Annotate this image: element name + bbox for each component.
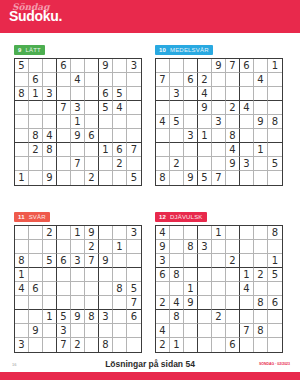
cell-r6c3: 3 — [184, 129, 198, 143]
cell-r1c8 — [254, 59, 268, 73]
cell-r8c9 — [268, 324, 282, 338]
cell-r5c9 — [127, 115, 141, 129]
cell-r8c5: 7 — [71, 157, 85, 171]
cell-r9c8 — [254, 338, 268, 352]
cell-r9c4: 5 — [198, 171, 212, 185]
cell-r4c9: 5 — [268, 268, 282, 282]
cell-r9c9 — [127, 338, 141, 352]
cell-r7c2 — [170, 143, 184, 157]
cell-r6c1: 2 — [156, 296, 170, 310]
cell-r1c9: 3 — [127, 226, 141, 240]
cell-r6c4 — [57, 129, 71, 143]
cell-r2c4: 3 — [198, 240, 212, 254]
cell-r4c7: 4 — [240, 101, 254, 115]
cell-r3c3 — [184, 254, 198, 268]
cell-r6c1 — [156, 129, 170, 143]
cell-r9c1: 1 — [15, 171, 29, 185]
cell-r2c7 — [240, 240, 254, 254]
cell-r2c7 — [240, 73, 254, 87]
cell-r1c1: 5 — [15, 59, 29, 73]
cell-r1c2 — [170, 59, 184, 73]
cell-r7c8: 1 — [254, 143, 268, 157]
cell-r1c7 — [240, 226, 254, 240]
cell-r9c8 — [254, 171, 268, 185]
cell-r5c4 — [198, 115, 212, 129]
cell-r3c7: 6 — [99, 87, 113, 101]
cell-r9c4 — [198, 338, 212, 352]
cell-r7c6: 4 — [226, 143, 240, 157]
cell-r8c6 — [226, 324, 240, 338]
cell-r8c1: 4 — [156, 324, 170, 338]
cell-r9c3: 9 — [184, 171, 198, 185]
sudoku-grid-10-medelsvar: 9761762434924453983184129358957 — [155, 58, 283, 186]
cell-r5c1 — [15, 115, 29, 129]
cell-r8c5 — [71, 324, 85, 338]
cell-r5c9 — [268, 282, 282, 296]
cell-r9c5: 7 — [212, 171, 226, 185]
cell-r1c3 — [184, 59, 198, 73]
cell-r8c7: 7 — [240, 324, 254, 338]
cell-r6c8 — [113, 129, 127, 143]
cell-r4c6 — [85, 268, 99, 282]
cell-r5c2 — [29, 115, 43, 129]
cell-r8c7: 3 — [240, 157, 254, 171]
cell-r7c4 — [198, 310, 212, 324]
cell-r8c9 — [127, 157, 141, 171]
cell-r1c1: 4 — [156, 226, 170, 240]
cell-r6c7 — [240, 296, 254, 310]
cell-r4c4 — [57, 268, 71, 282]
cell-r7c5 — [212, 143, 226, 157]
cell-r2c2 — [29, 240, 43, 254]
cell-r8c1 — [15, 324, 29, 338]
cell-r4c3 — [43, 101, 57, 115]
badge-number: 10 — [159, 47, 166, 53]
cell-r4c7: 5 — [99, 101, 113, 115]
cell-r5c3: 1 — [184, 282, 198, 296]
cell-r1c4 — [57, 226, 71, 240]
cell-r1c1 — [15, 226, 29, 240]
puzzle-block-12: 12 DJÄVULSK 4189833216812514249868247821… — [155, 205, 285, 353]
cell-r7c4 — [198, 143, 212, 157]
cell-r9c9 — [268, 171, 282, 185]
cell-r4c2 — [29, 101, 43, 115]
cell-r7c1 — [156, 143, 170, 157]
cell-r5c3 — [184, 115, 198, 129]
cell-r5c8: 9 — [254, 115, 268, 129]
cell-r3c5 — [212, 254, 226, 268]
cell-r7c4 — [57, 143, 71, 157]
cell-r1c4 — [198, 226, 212, 240]
cell-r3c8 — [254, 254, 268, 268]
cell-r7c9 — [268, 310, 282, 324]
cell-r6c8 — [254, 129, 268, 143]
cell-r5c5: 3 — [212, 115, 226, 129]
cell-r4c8: 4 — [113, 101, 127, 115]
cell-r3c4 — [57, 87, 71, 101]
cell-r4c2 — [170, 101, 184, 115]
cell-r4c4: 9 — [198, 101, 212, 115]
cell-r2c6: 2 — [85, 240, 99, 254]
cell-r7c7: 3 — [99, 310, 113, 324]
cell-r8c4 — [198, 324, 212, 338]
cell-r7c8 — [254, 310, 268, 324]
cell-r1c8 — [254, 226, 268, 240]
cell-r8c5 — [212, 157, 226, 171]
cell-r6c9 — [127, 129, 141, 143]
cell-r1c2 — [170, 226, 184, 240]
cell-r6c6: 6 — [85, 129, 99, 143]
cell-r4c3 — [184, 101, 198, 115]
cell-r6c2 — [29, 296, 43, 310]
cell-r3c9 — [127, 254, 141, 268]
cell-r8c1 — [156, 157, 170, 171]
cell-r5c9: 8 — [268, 115, 282, 129]
cell-r9c6 — [226, 171, 240, 185]
cell-r9c8 — [113, 338, 127, 352]
cell-r3c1: 3 — [156, 254, 170, 268]
cell-r2c3 — [43, 73, 57, 87]
cell-r7c6 — [226, 310, 240, 324]
cell-r3c7 — [240, 87, 254, 101]
cell-r1c6: 7 — [226, 59, 240, 73]
cell-r4c9 — [268, 101, 282, 115]
cell-r5c1: 4 — [15, 282, 29, 296]
cell-r6c6 — [226, 296, 240, 310]
cell-r8c7 — [99, 157, 113, 171]
cell-r8c3 — [184, 324, 198, 338]
cell-r9c1: 2 — [156, 338, 170, 352]
cell-r4c7: 1 — [240, 268, 254, 282]
difficulty-badge-easy: 9 LÄTT — [14, 45, 45, 55]
cell-r4c4 — [198, 268, 212, 282]
cell-r3c1: 8 — [15, 254, 29, 268]
cell-r8c3 — [43, 157, 57, 171]
cell-r7c7 — [240, 310, 254, 324]
cell-r3c2 — [29, 254, 43, 268]
cell-r7c2: 8 — [170, 310, 184, 324]
cell-r9c2: 1 — [170, 338, 184, 352]
cell-r5c9: 5 — [127, 282, 141, 296]
cell-r2c9 — [127, 240, 141, 254]
cell-r1c7: 9 — [99, 59, 113, 73]
cell-r7c9 — [268, 143, 282, 157]
cell-r2c3: 6 — [184, 73, 198, 87]
cell-r8c6: 9 — [226, 157, 240, 171]
cell-r1c6: 9 — [85, 226, 99, 240]
cell-r3c2 — [170, 254, 184, 268]
cell-r1c3 — [43, 59, 57, 73]
cell-r3c8 — [254, 87, 268, 101]
badge-label: DJÄVULSK — [170, 214, 203, 220]
cell-r4c6 — [226, 268, 240, 282]
cell-r6c7 — [99, 296, 113, 310]
cell-r2c6 — [85, 73, 99, 87]
cell-r7c1 — [15, 143, 29, 157]
cell-r2c5 — [212, 73, 226, 87]
cell-r2c3 — [43, 240, 57, 254]
cell-r3c3: 3 — [43, 87, 57, 101]
cell-r9c3 — [43, 338, 57, 352]
cell-r5c2 — [170, 282, 184, 296]
logo-main-word: Sudoku. — [9, 9, 62, 23]
cell-r2c2 — [170, 240, 184, 254]
cell-r9c3: 9 — [43, 171, 57, 185]
cell-r2c8: 4 — [254, 73, 268, 87]
cell-r1c3: 2 — [43, 226, 57, 240]
cell-r9c6: 2 — [85, 171, 99, 185]
cell-r7c7: 1 — [99, 143, 113, 157]
cell-r1c7: 6 — [240, 59, 254, 73]
cell-r6c5 — [71, 296, 85, 310]
cell-r3c1 — [156, 87, 170, 101]
cell-r9c7 — [99, 171, 113, 185]
cell-r5c2: 6 — [29, 282, 43, 296]
cell-r8c9 — [127, 324, 141, 338]
cell-r2c9 — [127, 73, 141, 87]
cell-r9c2 — [29, 338, 43, 352]
cell-r3c5 — [212, 87, 226, 101]
header-bar: Söndag Sudoku. — [0, 0, 300, 33]
difficulty-badge-devilish: 12 DJÄVULSK — [155, 212, 207, 222]
cell-r1c5: 9 — [212, 59, 226, 73]
cell-r6c3: 4 — [43, 129, 57, 143]
cell-r1c2 — [29, 59, 43, 73]
cell-r4c3 — [43, 268, 57, 282]
cell-r2c9 — [268, 73, 282, 87]
cell-r8c4: 3 — [57, 324, 71, 338]
cell-r3c2: 3 — [170, 87, 184, 101]
cell-r4c1: 1 — [15, 268, 29, 282]
cell-r6c3 — [43, 296, 57, 310]
cell-r6c9 — [268, 129, 282, 143]
cell-r1c4: 6 — [57, 59, 71, 73]
cell-r9c2 — [29, 171, 43, 185]
cell-r5c5 — [212, 282, 226, 296]
cell-r1c8 — [113, 59, 127, 73]
cell-r2c4 — [57, 240, 71, 254]
cell-r3c4 — [198, 254, 212, 268]
cell-r2c6 — [226, 73, 240, 87]
cell-r8c8: 8 — [254, 324, 268, 338]
cell-r3c6: 7 — [85, 254, 99, 268]
cell-r6c4 — [198, 296, 212, 310]
cell-r7c3 — [184, 310, 198, 324]
cell-r1c9: 1 — [268, 59, 282, 73]
cell-r9c4 — [57, 171, 71, 185]
cell-r2c7 — [99, 73, 113, 87]
cell-r4c3 — [184, 268, 198, 282]
issue-label: SÖNDAG · 02/2023 — [259, 362, 290, 366]
cell-r7c3: 1 — [43, 310, 57, 324]
cell-r8c2 — [170, 324, 184, 338]
cell-r7c1 — [156, 310, 170, 324]
cell-r8c6 — [85, 157, 99, 171]
badge-number: 9 — [18, 47, 22, 53]
cell-r2c5: 4 — [71, 73, 85, 87]
cell-r2c9 — [268, 240, 282, 254]
cell-r2c6 — [226, 240, 240, 254]
cell-r5c5: 1 — [71, 115, 85, 129]
cell-r7c9: 7 — [127, 143, 141, 157]
cell-r2c1 — [15, 240, 29, 254]
cell-r2c7 — [99, 240, 113, 254]
cell-r9c5 — [71, 171, 85, 185]
cell-r2c2 — [170, 73, 184, 87]
cell-r4c1: 6 — [156, 268, 170, 282]
cell-r3c6 — [85, 87, 99, 101]
cell-r8c2: 2 — [170, 157, 184, 171]
cell-r9c3 — [184, 338, 198, 352]
cell-r3c9 — [127, 87, 141, 101]
cell-r9c7 — [240, 171, 254, 185]
solutions-note: Lösningar på sidan 54 — [0, 359, 300, 369]
cell-r6c5 — [212, 129, 226, 143]
cell-r5c6 — [226, 282, 240, 296]
cell-r5c6 — [85, 115, 99, 129]
cell-r1c3 — [184, 226, 198, 240]
cell-r4c1 — [15, 101, 29, 115]
cell-r7c2 — [29, 310, 43, 324]
cell-r8c7 — [99, 324, 113, 338]
cell-r6c9: 7 — [127, 296, 141, 310]
cell-r8c4 — [57, 157, 71, 171]
cell-r7c5: 9 — [71, 310, 85, 324]
cell-r4c4: 7 — [57, 101, 71, 115]
cell-r6c6 — [85, 296, 99, 310]
cell-r6c2: 8 — [29, 129, 43, 143]
cell-r9c6: 6 — [226, 338, 240, 352]
cell-r5c6 — [226, 115, 240, 129]
cell-r2c1: 7 — [156, 73, 170, 87]
cell-r7c3: 8 — [43, 143, 57, 157]
cell-r9c7 — [240, 338, 254, 352]
cell-r7c9: 6 — [127, 310, 141, 324]
cell-r8c6 — [85, 324, 99, 338]
cell-r6c4: 1 — [198, 129, 212, 143]
cell-r1c1 — [156, 59, 170, 73]
cell-r8c8 — [254, 157, 268, 171]
cell-r2c5 — [212, 240, 226, 254]
cell-r3c2: 1 — [29, 87, 43, 101]
cell-r6c2: 4 — [170, 296, 184, 310]
cell-r1c2 — [29, 226, 43, 240]
cell-r6c3: 9 — [184, 296, 198, 310]
cell-r8c5 — [212, 324, 226, 338]
cell-r2c5 — [71, 240, 85, 254]
cell-r6c6: 8 — [226, 129, 240, 143]
cell-r4c8 — [254, 101, 268, 115]
cell-r3c8: 5 — [113, 87, 127, 101]
cell-r8c2 — [29, 157, 43, 171]
cell-r8c3 — [184, 157, 198, 171]
cell-r5c8: 8 — [113, 282, 127, 296]
cell-r7c5: 2 — [212, 310, 226, 324]
cell-r5c4 — [57, 115, 71, 129]
cell-r3c5 — [71, 87, 85, 101]
cell-r7c2: 2 — [29, 143, 43, 157]
cell-r4c8 — [113, 268, 127, 282]
cell-r8c8: 2 — [113, 157, 127, 171]
cell-r4c1 — [156, 101, 170, 115]
cell-r9c8 — [113, 171, 127, 185]
cell-r2c4: 2 — [198, 73, 212, 87]
cell-r1c7 — [99, 226, 113, 240]
puzzle-block-9: 9 LÄTT 5693648136573541849628167721925 — [14, 38, 144, 186]
sudoku-grid-11-svar: 219321856379146857159836933728 — [14, 225, 142, 353]
cell-r5c1: 4 — [156, 115, 170, 129]
cell-r3c6 — [226, 87, 240, 101]
cell-r6c1 — [15, 296, 29, 310]
cell-r4c9 — [127, 268, 141, 282]
cell-r3c5: 3 — [71, 254, 85, 268]
cell-r9c6 — [85, 338, 99, 352]
sudoku-grid-9-latt: 5693648136573541849628167721925 — [14, 58, 142, 186]
cell-r2c3: 8 — [184, 240, 198, 254]
cell-r4c5 — [212, 101, 226, 115]
cell-r6c2 — [170, 129, 184, 143]
cell-r3c7: 9 — [99, 254, 113, 268]
cell-r8c2: 9 — [29, 324, 43, 338]
cell-r1c4 — [198, 59, 212, 73]
cell-r9c9 — [268, 338, 282, 352]
cell-r5c7: 4 — [240, 282, 254, 296]
cell-r4c2: 8 — [170, 268, 184, 282]
badge-label: LÄTT — [25, 47, 40, 53]
cell-r6c5: 9 — [71, 129, 85, 143]
badge-label: SVÅR — [29, 214, 46, 220]
difficulty-badge-hard: 11 SVÅR — [14, 212, 50, 222]
cell-r6c8 — [113, 296, 127, 310]
cell-r3c3 — [184, 87, 198, 101]
cell-r9c9: 5 — [127, 171, 141, 185]
badge-number: 12 — [159, 214, 166, 220]
cell-r4c5 — [212, 268, 226, 282]
cell-r4c2 — [29, 268, 43, 282]
cell-r1c5 — [71, 59, 85, 73]
cell-r7c6: 8 — [85, 310, 99, 324]
puzzle-block-10: 10 MEDELSVÅR 976176243492445398318412935… — [155, 38, 285, 186]
cell-r2c8 — [113, 73, 127, 87]
cell-r1c8 — [113, 226, 127, 240]
cell-r3c1: 8 — [15, 87, 29, 101]
cell-r9c5 — [212, 338, 226, 352]
cell-r1c9: 3 — [127, 59, 141, 73]
difficulty-badge-medium: 10 MEDELSVÅR — [155, 45, 213, 55]
cell-r3c9 — [268, 87, 282, 101]
cell-r6c9: 6 — [268, 296, 282, 310]
cell-r8c4 — [198, 157, 212, 171]
badge-number: 11 — [18, 214, 25, 220]
cell-r7c6 — [85, 143, 99, 157]
cell-r7c4: 5 — [57, 310, 71, 324]
cell-r7c8 — [113, 310, 127, 324]
cell-r4c9 — [127, 101, 141, 115]
cell-r9c1: 8 — [156, 171, 170, 185]
cell-r5c8 — [254, 282, 268, 296]
cell-r7c1 — [15, 310, 29, 324]
cell-r6c7 — [240, 129, 254, 143]
cell-r4c8: 2 — [254, 268, 268, 282]
cell-r9c4: 7 — [57, 338, 71, 352]
cell-r4c7 — [99, 268, 113, 282]
cell-r9c2 — [170, 171, 184, 185]
bottom-bar — [0, 372, 300, 380]
page-number: 16 — [12, 362, 16, 367]
cell-r6c5 — [212, 296, 226, 310]
cell-r2c4 — [57, 73, 71, 87]
cell-r4c6 — [85, 101, 99, 115]
